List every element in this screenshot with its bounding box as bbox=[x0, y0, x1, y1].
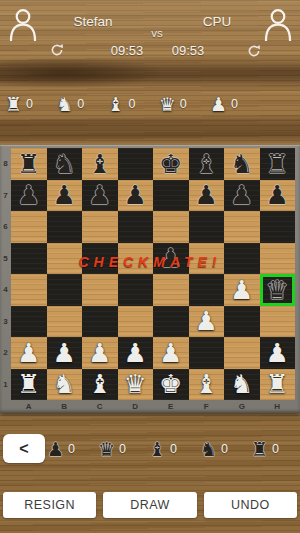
square-b3[interactable] bbox=[47, 306, 83, 338]
black-pawn-icon: ♟ bbox=[47, 437, 64, 461]
black-clock: 09:53 bbox=[158, 43, 218, 58]
square-g6[interactable] bbox=[224, 211, 260, 243]
square-h6[interactable] bbox=[260, 211, 296, 243]
captured-black-pawn: ♟0 bbox=[47, 437, 75, 461]
square-f3[interactable]: ♟ bbox=[189, 306, 225, 338]
square-d4[interactable] bbox=[118, 274, 154, 306]
square-a1[interactable]: ♜ bbox=[11, 369, 47, 401]
file-labels: ABCDEFGH bbox=[11, 400, 295, 413]
square-e3[interactable] bbox=[153, 306, 189, 338]
square-h2[interactable]: ♟ bbox=[260, 337, 296, 369]
captured-count: 0 bbox=[119, 442, 126, 456]
captured-black-bishop: ♝0 bbox=[149, 437, 177, 461]
piece-black-pawn: ♟ bbox=[88, 180, 111, 210]
rank-label-4: 4 bbox=[0, 274, 11, 306]
captured-white-pawn: ♟0 bbox=[210, 92, 238, 116]
square-f1[interactable]: ♝ bbox=[189, 369, 225, 401]
clock-refresh-icon bbox=[247, 44, 261, 58]
square-b1[interactable]: ♞ bbox=[47, 369, 83, 401]
chess-board: 87654321 ♜♞♝♚♝♞♜♟♟♟♟♟♟♟♟♟♛♟♟♟♟♟♟♟♜♞♝♛♚♝♞… bbox=[0, 145, 300, 413]
square-e1[interactable]: ♚ bbox=[153, 369, 189, 401]
piece-white-pawn: ♟ bbox=[88, 338, 111, 368]
piece-black-pawn: ♟ bbox=[17, 180, 40, 210]
square-h8[interactable]: ♜ bbox=[260, 148, 296, 180]
player-name-white: Stefan bbox=[48, 14, 138, 29]
square-c6[interactable] bbox=[82, 211, 118, 243]
square-g1[interactable]: ♞ bbox=[224, 369, 260, 401]
square-d2[interactable]: ♟ bbox=[118, 337, 154, 369]
white-rook-icon: ♜ bbox=[5, 92, 22, 116]
square-h1[interactable]: ♜ bbox=[260, 369, 296, 401]
board-grid: ♜♞♝♚♝♞♜♟♟♟♟♟♟♟♟♟♛♟♟♟♟♟♟♟♜♞♝♛♚♝♞♜ bbox=[11, 148, 295, 400]
square-f7[interactable]: ♟ bbox=[189, 180, 225, 212]
checkmate-banner: CHECKMATE! bbox=[0, 254, 300, 270]
square-c8[interactable]: ♝ bbox=[82, 148, 118, 180]
rank-label-8: 8 bbox=[0, 148, 11, 180]
piece-white-bishop: ♝ bbox=[195, 369, 218, 399]
rank-label-7: 7 bbox=[0, 180, 11, 212]
captured-count: 0 bbox=[170, 442, 177, 456]
captured-black-rook: ♜0 bbox=[251, 437, 279, 461]
vs-label: vs bbox=[137, 27, 177, 39]
wood-grain-band bbox=[0, 114, 300, 145]
captured-black-knight: ♞0 bbox=[200, 437, 228, 461]
captured-count: 0 bbox=[272, 442, 279, 456]
piece-white-rook: ♜ bbox=[17, 369, 40, 399]
piece-white-knight: ♞ bbox=[53, 369, 76, 399]
piece-white-knight: ♞ bbox=[230, 369, 253, 399]
captured-white-rook: ♜0 bbox=[5, 92, 33, 116]
rank-label-3: 3 bbox=[0, 306, 11, 338]
piece-black-king: ♚ bbox=[159, 149, 182, 179]
clock-refresh-icon bbox=[50, 43, 64, 57]
square-d6[interactable] bbox=[118, 211, 154, 243]
piece-white-king: ♚ bbox=[159, 369, 182, 399]
file-label-e: E bbox=[153, 400, 189, 413]
piece-white-bishop: ♝ bbox=[88, 369, 111, 399]
captured-tray-white: ♜0♞0♝0♛0♟0 bbox=[5, 90, 238, 118]
piece-white-rook: ♜ bbox=[266, 369, 289, 399]
captured-count: 0 bbox=[68, 442, 75, 456]
square-d1[interactable]: ♛ bbox=[118, 369, 154, 401]
piece-black-rook: ♜ bbox=[17, 149, 40, 179]
captured-count: 0 bbox=[221, 442, 228, 456]
square-b2[interactable]: ♟ bbox=[47, 337, 83, 369]
wood-grain-band bbox=[0, 58, 300, 88]
square-b7[interactable]: ♟ bbox=[47, 180, 83, 212]
file-label-g: G bbox=[224, 400, 260, 413]
square-e8[interactable]: ♚ bbox=[153, 148, 189, 180]
piece-black-rook: ♜ bbox=[266, 149, 289, 179]
black-knight-icon: ♞ bbox=[200, 437, 217, 461]
draw-button[interactable]: DRAW bbox=[103, 492, 196, 518]
player-avatar-icon bbox=[8, 7, 38, 41]
square-c7[interactable]: ♟ bbox=[82, 180, 118, 212]
square-b4[interactable] bbox=[47, 274, 83, 306]
piece-black-queen: ♛ bbox=[266, 275, 289, 305]
piece-white-pawn: ♟ bbox=[266, 338, 289, 368]
piece-black-bishop: ♝ bbox=[88, 149, 111, 179]
file-label-f: F bbox=[189, 400, 225, 413]
piece-black-pawn: ♟ bbox=[53, 180, 76, 210]
square-g2[interactable] bbox=[224, 337, 260, 369]
captured-white-bishop: ♝0 bbox=[108, 92, 136, 116]
square-c1[interactable]: ♝ bbox=[82, 369, 118, 401]
square-c4[interactable] bbox=[82, 274, 118, 306]
square-g3[interactable] bbox=[224, 306, 260, 338]
square-a8[interactable]: ♜ bbox=[11, 148, 47, 180]
square-e7[interactable] bbox=[153, 180, 189, 212]
square-f4[interactable] bbox=[189, 274, 225, 306]
square-e6[interactable] bbox=[153, 211, 189, 243]
piece-white-pawn: ♟ bbox=[17, 338, 40, 368]
square-e2[interactable]: ♟ bbox=[153, 337, 189, 369]
undo-button[interactable]: UNDO bbox=[204, 492, 297, 518]
rank-label-2: 2 bbox=[0, 337, 11, 369]
white-bishop-icon: ♝ bbox=[108, 92, 125, 116]
back-button[interactable]: < bbox=[3, 434, 45, 463]
white-clock: 09:53 bbox=[97, 43, 157, 58]
piece-black-knight: ♞ bbox=[230, 149, 253, 179]
captured-count: 0 bbox=[26, 97, 33, 111]
square-g7[interactable]: ♟ bbox=[224, 180, 260, 212]
black-bishop-icon: ♝ bbox=[149, 437, 166, 461]
file-label-d: D bbox=[118, 400, 154, 413]
piece-black-pawn: ♟ bbox=[230, 180, 253, 210]
piece-white-pawn: ♟ bbox=[195, 306, 218, 336]
square-a2[interactable]: ♟ bbox=[11, 337, 47, 369]
square-g8[interactable]: ♞ bbox=[224, 148, 260, 180]
black-queen-icon: ♛ bbox=[98, 437, 115, 461]
captured-count: 0 bbox=[129, 97, 136, 111]
square-c2[interactable]: ♟ bbox=[82, 337, 118, 369]
rank-label-6: 6 bbox=[0, 211, 11, 243]
rank-label-1: 1 bbox=[0, 369, 11, 401]
piece-white-queen: ♛ bbox=[124, 369, 147, 399]
white-queen-icon: ♛ bbox=[159, 92, 176, 116]
square-a3[interactable] bbox=[11, 306, 47, 338]
captured-white-knight: ♞0 bbox=[56, 92, 84, 116]
player-name-black: CPU bbox=[172, 14, 262, 29]
square-d7[interactable]: ♟ bbox=[118, 180, 154, 212]
file-label-b: B bbox=[47, 400, 83, 413]
captured-white-queen: ♛0 bbox=[159, 92, 187, 116]
rank-labels: 87654321 bbox=[0, 148, 11, 400]
piece-white-pawn: ♟ bbox=[124, 338, 147, 368]
square-a4[interactable] bbox=[11, 274, 47, 306]
captured-black-queen: ♛0 bbox=[98, 437, 126, 461]
square-c3[interactable] bbox=[82, 306, 118, 338]
square-h7[interactable]: ♟ bbox=[260, 180, 296, 212]
piece-black-pawn: ♟ bbox=[266, 180, 289, 210]
resign-button[interactable]: RESIGN bbox=[3, 492, 96, 518]
file-label-h: H bbox=[260, 400, 296, 413]
cpu-avatar-icon bbox=[263, 7, 293, 41]
square-e4[interactable] bbox=[153, 274, 189, 306]
square-h3[interactable] bbox=[260, 306, 296, 338]
piece-black-pawn: ♟ bbox=[124, 180, 147, 210]
captured-count: 0 bbox=[231, 97, 238, 111]
black-rook-icon: ♜ bbox=[251, 437, 268, 461]
square-b8[interactable]: ♞ bbox=[47, 148, 83, 180]
piece-white-pawn: ♟ bbox=[230, 275, 253, 305]
file-label-c: C bbox=[82, 400, 118, 413]
square-f8[interactable]: ♝ bbox=[189, 148, 225, 180]
square-g4[interactable]: ♟ bbox=[224, 274, 260, 306]
piece-black-pawn: ♟ bbox=[195, 180, 218, 210]
file-label-a: A bbox=[11, 400, 47, 413]
square-a6[interactable] bbox=[11, 211, 47, 243]
square-f2[interactable] bbox=[189, 337, 225, 369]
chess-app-screen: Stefan vs CPU 09:53 09:53 ♜0♞0♝0♛0♟0 876… bbox=[0, 0, 300, 533]
white-pawn-icon: ♟ bbox=[210, 92, 227, 116]
captured-count: 0 bbox=[77, 97, 84, 111]
square-h4[interactable]: ♛ bbox=[260, 274, 296, 306]
piece-black-bishop: ♝ bbox=[195, 149, 218, 179]
square-d8[interactable] bbox=[118, 148, 154, 180]
square-d3[interactable] bbox=[118, 306, 154, 338]
piece-black-knight: ♞ bbox=[53, 149, 76, 179]
white-knight-icon: ♞ bbox=[56, 92, 73, 116]
captured-count: 0 bbox=[180, 97, 187, 111]
square-b6[interactable] bbox=[47, 211, 83, 243]
square-f6[interactable] bbox=[189, 211, 225, 243]
action-button-row: RESIGN DRAW UNDO bbox=[3, 492, 297, 518]
captured-tray-black: ♟0♛0♝0♞0♜0 bbox=[47, 433, 279, 465]
piece-white-pawn: ♟ bbox=[159, 338, 182, 368]
piece-white-pawn: ♟ bbox=[53, 338, 76, 368]
square-a7[interactable]: ♟ bbox=[11, 180, 47, 212]
